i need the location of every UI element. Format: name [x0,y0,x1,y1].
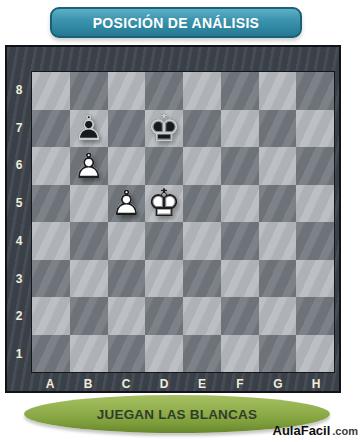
file-label-h: H [297,373,335,395]
square-h4 [296,222,334,260]
square-h3 [296,260,334,298]
piece-glyph-outline: ♙ [70,148,108,183]
square-b7: ♟♙ [70,110,108,148]
piece-glyph-outline: ♔ [145,109,183,147]
square-a3 [32,260,70,298]
square-c1 [108,335,146,373]
file-label-b: B [69,373,107,395]
white-pawn-c5: ♟♙ [108,185,146,223]
square-b8 [70,72,108,110]
square-c6 [108,147,146,185]
square-d1 [145,335,183,373]
square-a5 [32,185,70,223]
square-f4 [221,222,259,260]
square-g7 [259,110,297,148]
rank-label-3: 3 [7,260,31,298]
square-g6 [259,147,297,185]
rank-label-1: 1 [7,335,31,373]
square-c2 [108,297,146,335]
square-d6 [145,147,183,185]
rank-label-2: 2 [7,298,31,336]
file-labels: ABCDEFGH [31,373,335,395]
square-b6: ♟♙ [70,147,108,185]
rank-label-6: 6 [7,147,31,185]
square-e3 [183,260,221,298]
square-f5 [221,185,259,223]
square-b3 [70,260,108,298]
square-c7 [108,110,146,148]
square-g5 [259,185,297,223]
file-label-d: D [145,373,183,395]
rank-label-7: 7 [7,109,31,147]
square-e8 [183,72,221,110]
square-e4 [183,222,221,260]
square-c5: ♟♙ [108,185,146,223]
file-label-a: A [31,373,69,395]
square-f7 [221,110,259,148]
square-b1 [70,335,108,373]
square-a4 [32,222,70,260]
file-label-e: E [183,373,221,395]
square-c3 [108,260,146,298]
square-e6 [183,147,221,185]
square-d8 [145,72,183,110]
rank-label-5: 5 [7,184,31,222]
black-king-d7: ♚♔ [145,110,183,148]
square-a1 [32,335,70,373]
square-f8 [221,72,259,110]
square-c8 [108,72,146,110]
white-pawn-b6: ♟♙ [70,147,108,185]
square-f3 [221,260,259,298]
piece-glyph-outline: ♔ [145,184,183,222]
square-b2 [70,297,108,335]
bottom-banner-label: JUEGAN LAS BLANCAS [97,407,257,422]
file-label-c: C [107,373,145,395]
square-d2 [145,297,183,335]
square-e7 [183,110,221,148]
title-banner: POSICIÓN DE ANÁLISIS [50,7,302,38]
rank-labels: 87654321 [7,71,31,373]
square-e5 [183,185,221,223]
square-g8 [259,72,297,110]
square-f1 [221,335,259,373]
square-h8 [296,72,334,110]
watermark-suffix: .com [332,425,358,437]
black-pawn-b7: ♟♙ [70,110,108,148]
file-label-f: F [221,373,259,395]
square-g3 [259,260,297,298]
square-h6 [296,147,334,185]
rank-label-8: 8 [7,71,31,109]
square-g4 [259,222,297,260]
square-e2 [183,297,221,335]
rank-label-4: 4 [7,222,31,260]
watermark: AulaFacil .com [273,423,358,438]
square-h2 [296,297,334,335]
watermark-brand: AulaFacil [273,423,331,438]
square-d3 [145,260,183,298]
square-a2 [32,297,70,335]
square-h1 [296,335,334,373]
piece-glyph-outline: ♙ [108,186,146,221]
white-king-d5: ♚♔ [145,185,183,223]
piece-glyph-outline: ♙ [70,111,108,146]
square-e1 [183,335,221,373]
square-b5 [70,185,108,223]
square-d4 [145,222,183,260]
square-f6 [221,147,259,185]
page: POSICIÓN DE ANÁLISIS 87654321 ♟♙♚♔♟♙♟♙♚♔… [0,0,361,442]
square-a8 [32,72,70,110]
square-g2 [259,297,297,335]
square-a6 [32,147,70,185]
chess-board-frame: 87654321 ♟♙♚♔♟♙♟♙♚♔ ABCDEFGH [5,45,341,393]
square-a7 [32,110,70,148]
square-d5: ♚♔ [145,185,183,223]
square-f2 [221,297,259,335]
square-h7 [296,110,334,148]
title-banner-label: POSICIÓN DE ANÁLISIS [93,15,260,31]
square-d7: ♚♔ [145,110,183,148]
square-h5 [296,185,334,223]
board-grid: ♟♙♚♔♟♙♟♙♚♔ [31,71,335,373]
square-c4 [108,222,146,260]
square-g1 [259,335,297,373]
file-label-g: G [259,373,297,395]
square-b4 [70,222,108,260]
